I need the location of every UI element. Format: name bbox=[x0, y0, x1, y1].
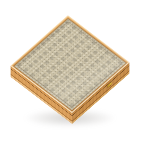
chess-set-photo bbox=[0, 0, 150, 150]
box-lid-top bbox=[11, 15, 130, 112]
scene bbox=[0, 0, 150, 150]
brass-hinge bbox=[108, 82, 112, 88]
